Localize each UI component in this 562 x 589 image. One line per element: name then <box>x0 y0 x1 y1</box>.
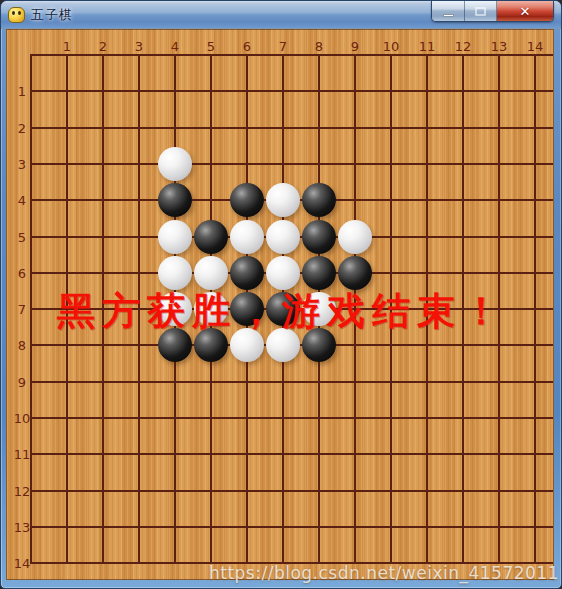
row-label: 11 <box>14 447 31 462</box>
close-button[interactable]: ✕ <box>497 1 553 21</box>
app-icon-detail <box>12 11 15 15</box>
white-stone <box>158 256 192 290</box>
grid-line-h <box>30 90 554 92</box>
window-controls: ✕ <box>431 1 554 22</box>
row-label: 10 <box>14 411 31 426</box>
grid-line-h <box>30 54 554 56</box>
col-label: 4 <box>171 39 179 54</box>
row-label: 14 <box>14 556 31 571</box>
grid-line-h <box>30 490 554 492</box>
white-stone <box>266 220 300 254</box>
maximize-icon <box>475 7 486 16</box>
white-stone <box>158 220 192 254</box>
row-label: 3 <box>18 156 26 171</box>
col-label: 14 <box>527 39 544 54</box>
col-label: 12 <box>455 39 472 54</box>
grid-line-h <box>30 453 554 455</box>
white-stone <box>230 220 264 254</box>
black-stone <box>158 183 192 217</box>
row-label: 6 <box>18 265 26 280</box>
black-stone <box>194 220 228 254</box>
black-stone <box>230 256 264 290</box>
white-stone <box>338 220 372 254</box>
black-stone <box>302 220 336 254</box>
close-icon: ✕ <box>520 5 531 18</box>
game-window: 五子棋 ✕ 1234567891011121314123456789101112… <box>0 0 562 589</box>
col-label: 5 <box>207 39 215 54</box>
col-label: 11 <box>419 39 436 54</box>
col-label: 1 <box>63 39 71 54</box>
app-icon-detail <box>18 11 21 15</box>
row-label: 9 <box>18 374 26 389</box>
col-label: 10 <box>383 39 400 54</box>
row-label: 5 <box>18 229 26 244</box>
col-label: 2 <box>99 39 107 54</box>
maximize-button[interactable] <box>465 1 497 21</box>
minimize-icon <box>443 14 454 17</box>
white-stone <box>266 183 300 217</box>
window-title: 五子棋 <box>31 6 73 24</box>
white-stone <box>158 147 192 181</box>
col-label: 3 <box>135 39 143 54</box>
row-label: 1 <box>18 84 26 99</box>
white-stone <box>194 256 228 290</box>
win-message: 黑方获胜，游戏结束！ <box>19 286 545 337</box>
row-label: 12 <box>14 483 31 498</box>
black-stone <box>338 256 372 290</box>
col-label: 6 <box>243 39 251 54</box>
grid-line-h <box>30 163 554 165</box>
minimize-button[interactable] <box>432 1 465 21</box>
black-stone <box>230 183 264 217</box>
col-label: 8 <box>315 39 323 54</box>
white-stone <box>266 256 300 290</box>
grid-line-h <box>30 526 554 528</box>
col-label: 7 <box>279 39 287 54</box>
row-label: 2 <box>18 120 26 135</box>
grid-line-h <box>30 381 554 383</box>
grid-line-h <box>30 417 554 419</box>
col-label: 9 <box>351 39 359 54</box>
row-label: 4 <box>18 193 26 208</box>
grid-line-h <box>30 127 554 129</box>
app-icon <box>8 7 25 23</box>
row-label: 13 <box>14 519 31 534</box>
black-stone <box>302 183 336 217</box>
row-label: 8 <box>18 338 26 353</box>
watermark: https://blog.csdn.net/weixin_41572011 <box>209 563 559 583</box>
board[interactable]: 12345678910111213141234567891011121314 黑… <box>6 29 554 580</box>
col-label: 13 <box>491 39 508 54</box>
black-stone <box>302 256 336 290</box>
